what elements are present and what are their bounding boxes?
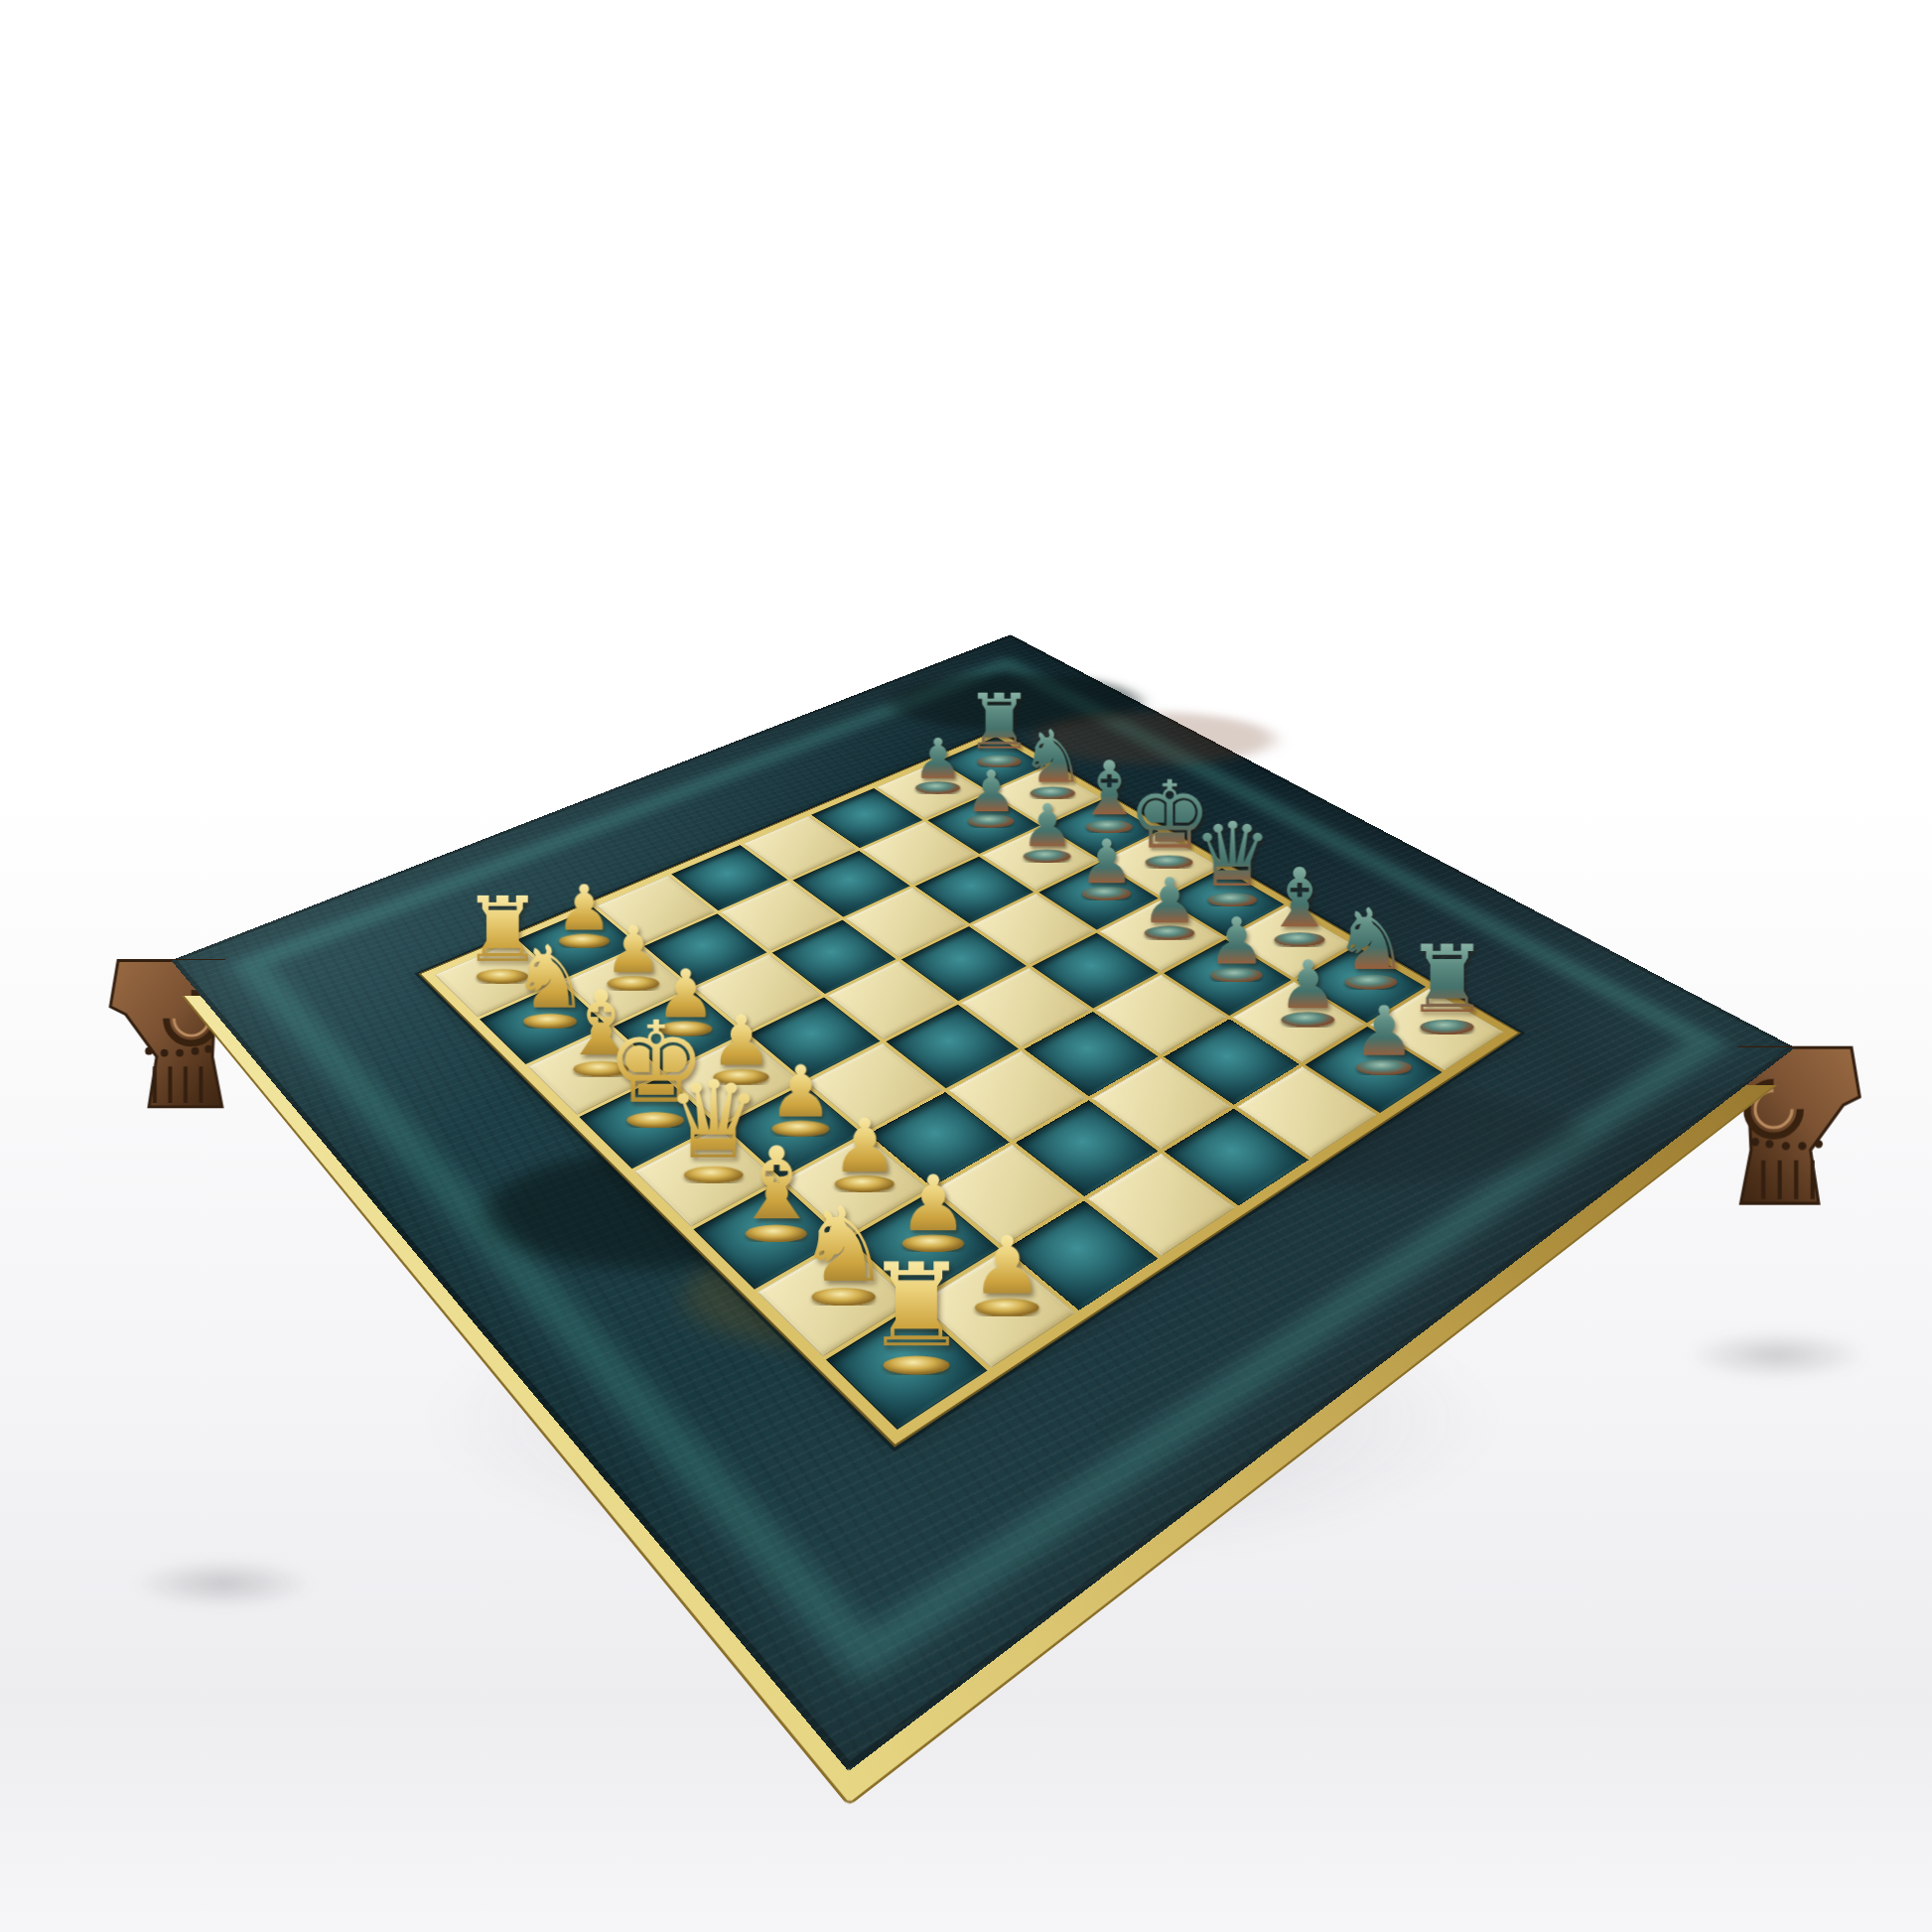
piece-copper-pawn-a7[interactable]: ♟ [1336, 927, 1433, 1075]
right-foot-shadow [1648, 1320, 1906, 1390]
left-foot-shadow [94, 1549, 352, 1618]
pawn-glyph: ♟ [1336, 998, 1433, 1066]
piece-gold-rook-a1[interactable]: ♜ [859, 1196, 974, 1374]
chess-set-scene: ♜♟♟♜♞♟♟♞♝♟♟♝♚♟♟♚♛♟♟♛♝♟♟♝♞♟♟♞♜♟♟♜ [382, 427, 1534, 1579]
product-photo-canvas: { "game": "chess", "scene": { "descripti… [0, 0, 1932, 1932]
rook-glyph: ♜ [859, 1249, 974, 1364]
